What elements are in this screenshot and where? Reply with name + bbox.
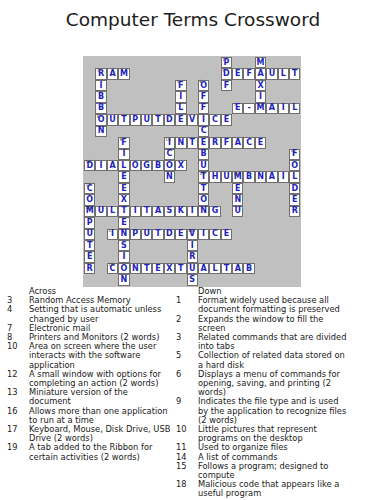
- grid-cell[interactable]: C: [243, 137, 254, 148]
- grid-cell-empty: [118, 126, 129, 137]
- grid-cell-empty: [187, 126, 198, 137]
- grid-cell[interactable]: T: [221, 263, 232, 274]
- clue-item: 2Expands the window to fill the screen: [176, 315, 349, 333]
- grid-cell-empty: [255, 194, 266, 205]
- grid-cell-empty: [209, 149, 220, 160]
- grid-cell[interactable]: C: [198, 126, 209, 137]
- grid-cell[interactable]: I: [187, 206, 198, 217]
- cell-letter: D: [291, 185, 298, 193]
- clue-item: 1Format widely used because all document…: [176, 296, 349, 314]
- grid-cell[interactable]: U: [221, 171, 232, 182]
- grid-cell[interactable]: N: [255, 171, 266, 182]
- grid-cell-empty: [198, 240, 209, 251]
- grid-cell[interactable]: T: [175, 263, 186, 274]
- grid-cell[interactable]: -: [243, 103, 254, 114]
- clue-text: Format widely used because all document …: [198, 296, 349, 314]
- grid-cell[interactable]: U: [141, 114, 152, 125]
- grid-cell[interactable]: 7E: [232, 103, 243, 114]
- grid-cell-empty: [255, 160, 266, 171]
- grid-cell[interactable]: A: [232, 137, 243, 148]
- grid-cell[interactable]: N: [175, 137, 186, 148]
- cell-letter: E: [235, 70, 240, 78]
- grid-cell[interactable]: B: [243, 263, 254, 274]
- grid-cell[interactable]: 9F: [118, 137, 129, 148]
- grid-cell[interactable]: I: [198, 114, 209, 125]
- grid-cell[interactable]: E: [221, 229, 232, 240]
- grid-cell[interactable]: L: [107, 206, 118, 217]
- cell-letter: O: [166, 162, 173, 170]
- grid-cell[interactable]: B: [95, 91, 106, 102]
- cell-letter: B: [246, 173, 252, 181]
- grid-cell[interactable]: A: [266, 103, 277, 114]
- grid-cell[interactable]: L: [289, 171, 300, 182]
- clue-number: 13: [7, 388, 29, 406]
- grid-cell[interactable]: U: [107, 114, 118, 125]
- cell-letter: F: [201, 104, 206, 112]
- grid-cell-empty: [152, 103, 163, 114]
- grid-cell[interactable]: L: [289, 103, 300, 114]
- grid-cell[interactable]: 1P: [221, 57, 232, 68]
- grid-cell-empty: [95, 274, 106, 285]
- grid-cell[interactable]: E: [289, 194, 300, 205]
- clue-number: 10: [7, 342, 29, 370]
- cell-letter: N: [166, 173, 173, 181]
- cell-number: 12: [86, 160, 91, 164]
- grid-cell-empty: [243, 160, 254, 171]
- grid-cell-empty: [164, 274, 175, 285]
- grid-cell-empty: [84, 137, 95, 148]
- cell-letter: D: [166, 230, 173, 238]
- cell-letter: M: [120, 70, 128, 78]
- grid-cell-empty: [152, 274, 163, 285]
- grid-cell[interactable]: B: [198, 149, 209, 160]
- grid-cell-empty: [107, 251, 118, 262]
- grid-cell-empty: [221, 251, 232, 262]
- grid-cell[interactable]: L: [278, 68, 289, 79]
- grid-cell[interactable]: I: [187, 240, 198, 251]
- grid-cell-empty: [255, 240, 266, 251]
- grid-cell-empty: [187, 194, 198, 205]
- grid-cell[interactable]: T: [152, 114, 163, 125]
- grid-cell[interactable]: U: [266, 68, 277, 79]
- grid-cell[interactable]: 18V: [187, 229, 198, 240]
- grid-cell-empty: [152, 251, 163, 262]
- grid-cell-empty: [187, 68, 198, 79]
- grid-cell-empty: [187, 160, 198, 171]
- grid-cell-empty: [266, 91, 277, 102]
- grid-cell[interactable]: E: [118, 183, 129, 194]
- grid-cell[interactable]: T: [118, 114, 129, 125]
- grid-cell-empty: [289, 263, 300, 274]
- grid-cell-empty: [255, 114, 266, 125]
- clue-text: Setting that is automatic unless changed…: [29, 305, 171, 323]
- grid-cell[interactable]: B: [95, 103, 106, 114]
- grid-cell[interactable]: X: [175, 160, 186, 171]
- clue-item: 6Displays a menu of commands for opening…: [176, 370, 349, 398]
- grid-cell[interactable]: R: [289, 206, 300, 217]
- grid-cell-empty: [95, 171, 106, 182]
- grid-cell[interactable]: E: [198, 137, 209, 148]
- grid-cell-empty: [255, 263, 266, 274]
- cell-letter: N: [200, 207, 207, 215]
- grid-cell-empty: [243, 194, 254, 205]
- grid-cell[interactable]: B: [243, 171, 254, 182]
- grid-cell[interactable]: T: [141, 263, 152, 274]
- grid-cell[interactable]: A: [266, 171, 277, 182]
- grid-cell-empty: [130, 194, 141, 205]
- grid-cell[interactable]: 5F: [175, 80, 186, 91]
- cell-letter: C: [212, 230, 218, 238]
- grid-cell-empty: [221, 103, 232, 114]
- grid-cell[interactable]: 14M: [232, 171, 243, 182]
- grid-cell[interactable]: T: [118, 206, 129, 217]
- grid-cell[interactable]: I: [118, 251, 129, 262]
- grid-cell[interactable]: N: [95, 126, 106, 137]
- grid-cell[interactable]: I: [95, 160, 106, 171]
- cell-letter: E: [87, 253, 92, 261]
- clue-number: 5: [176, 351, 198, 369]
- cell-number: 10: [165, 138, 170, 142]
- grid-cell-empty: [95, 194, 106, 205]
- grid-cell[interactable]: 8O: [95, 114, 106, 125]
- grid-cell-empty: [255, 229, 266, 240]
- grid-cell[interactable]: B: [152, 160, 163, 171]
- cell-letter: E: [121, 173, 126, 181]
- grid-cell[interactable]: F: [198, 103, 209, 114]
- grid-cell[interactable]: D: [289, 183, 300, 194]
- grid-cell-empty: [278, 251, 289, 262]
- cell-letter: E: [121, 219, 126, 227]
- grid-cell[interactable]: A: [255, 68, 266, 79]
- cell-letter: L: [121, 162, 126, 170]
- grid-cell[interactable]: N: [130, 263, 141, 274]
- grid-cell[interactable]: N: [232, 194, 243, 205]
- cell-letter: P: [132, 230, 138, 238]
- grid-cell-empty: [243, 274, 254, 285]
- grid-cell-empty: [266, 160, 277, 171]
- grid-cell-empty: [118, 80, 129, 91]
- cell-letter: I: [179, 93, 182, 101]
- grid-cell-empty: [289, 114, 300, 125]
- clue-text: Expands the window to fill the screen: [198, 315, 349, 333]
- grid-cell-empty: [289, 274, 300, 285]
- grid-cell[interactable]: M: [118, 68, 129, 79]
- grid-cell-empty: [278, 206, 289, 217]
- grid-cell[interactable]: L: [118, 160, 129, 171]
- grid-cell[interactable]: V: [187, 114, 198, 125]
- grid-cell[interactable]: 12D: [84, 160, 95, 171]
- grid-cell-empty: [209, 160, 220, 171]
- grid-cell-empty: [130, 57, 141, 68]
- grid-cell-empty: [266, 251, 277, 262]
- grid-cell[interactable]: S: [164, 206, 175, 217]
- grid-cell[interactable]: O: [84, 194, 95, 205]
- grid-cell[interactable]: F: [198, 91, 209, 102]
- grid-cell-empty: [95, 251, 106, 262]
- grid-cell-empty: [141, 126, 152, 137]
- grid-cell[interactable]: 4D: [221, 68, 232, 79]
- grid-cell-empty: [84, 171, 95, 182]
- cell-letter: P: [87, 219, 93, 227]
- grid-cell[interactable]: 13T: [198, 171, 209, 182]
- grid-cell-empty: [164, 251, 175, 262]
- cell-letter: I: [191, 242, 194, 250]
- grid-cell[interactable]: 6O: [198, 80, 209, 91]
- grid-cell[interactable]: I: [198, 229, 209, 240]
- grid-cell[interactable]: I: [255, 91, 266, 102]
- grid-cell[interactable]: 2M: [255, 57, 266, 68]
- grid-cell[interactable]: 10I: [164, 137, 175, 148]
- grid-cell-empty: [278, 263, 289, 274]
- grid-cell[interactable]: X: [118, 194, 129, 205]
- grid-cell[interactable]: X: [255, 80, 266, 91]
- grid-cell-empty: [130, 240, 141, 251]
- grid-cell[interactable]: H: [209, 171, 220, 182]
- grid-cell[interactable]: U: [141, 229, 152, 240]
- cell-letter: I: [282, 104, 285, 112]
- grid-cell[interactable]: E: [84, 251, 95, 262]
- grid-cell[interactable]: R: [187, 251, 198, 262]
- grid-cell-empty: [209, 240, 220, 251]
- grid-cell[interactable]: E: [152, 263, 163, 274]
- grid-cell-empty: [187, 149, 198, 160]
- grid-cell-empty: [107, 80, 118, 91]
- grid-cell-empty: [107, 217, 118, 228]
- grid-cell-empty: [141, 171, 152, 182]
- clue-text: Malicious code that appears like a usefu…: [198, 480, 349, 498]
- grid-cell[interactable]: T: [141, 206, 152, 217]
- clue-text: Keyboard, Mouse, Disk Drive, USB Drive (…: [29, 425, 171, 443]
- cell-letter: I: [134, 207, 137, 215]
- grid-cell-empty: [84, 103, 95, 114]
- grid-cell-empty: [107, 194, 118, 205]
- grid-cell[interactable]: F: [221, 80, 232, 91]
- grid-cell[interactable]: I: [175, 91, 186, 102]
- cell-letter: G: [143, 162, 150, 170]
- cell-letter: I: [100, 82, 103, 90]
- grid-cell[interactable]: U: [187, 263, 198, 274]
- grid-cell[interactable]: A: [152, 206, 163, 217]
- cell-letter: E: [178, 230, 183, 238]
- cell-letter: U: [143, 230, 150, 238]
- grid-cell-empty: [118, 103, 129, 114]
- grid-cell-empty: [175, 126, 186, 137]
- clue-text: Miniature version of the document: [29, 388, 171, 406]
- cell-letter: L: [178, 104, 183, 112]
- grid-cell[interactable]: G: [141, 160, 152, 171]
- grid-cell-empty: [107, 57, 118, 68]
- clue-item: 16Allows more than one application to ru…: [7, 407, 171, 425]
- grid-cell[interactable]: L: [209, 263, 220, 274]
- clue-item: 10Little pictures that represent program…: [176, 425, 349, 443]
- grid-cell[interactable]: A: [107, 160, 118, 171]
- grid-cell-empty: [289, 57, 300, 68]
- cell-letter: P: [132, 116, 138, 124]
- grid-cell[interactable]: I: [130, 206, 141, 217]
- grid-cell[interactable]: P: [130, 229, 141, 240]
- grid-cell-empty: [266, 274, 277, 285]
- grid-cell[interactable]: E: [118, 217, 129, 228]
- grid-cell[interactable]: T: [289, 68, 300, 79]
- grid-cell-empty: [278, 217, 289, 228]
- grid-cell[interactable]: E: [232, 68, 243, 79]
- grid-cell[interactable]: 17I: [107, 229, 118, 240]
- grid-cell-empty: [164, 57, 175, 68]
- grid-cell[interactable]: N: [118, 274, 129, 285]
- grid-cell[interactable]: S: [118, 240, 129, 251]
- grid-cell-empty: [232, 57, 243, 68]
- grid-cell[interactable]: E: [118, 171, 129, 182]
- grid-cell[interactable]: F: [221, 137, 232, 148]
- grid-cell-empty: [107, 137, 118, 148]
- grid-cell[interactable]: O: [198, 194, 209, 205]
- grid-cell-empty: [266, 263, 277, 274]
- grid-cell-empty: [107, 183, 118, 194]
- grid-cell[interactable]: D: [164, 229, 175, 240]
- grid-cell[interactable]: D: [164, 114, 175, 125]
- grid-cell[interactable]: 16M: [84, 206, 95, 217]
- grid-cell[interactable]: T: [198, 183, 209, 194]
- grid-cell-empty: [232, 240, 243, 251]
- grid-cell[interactable]: I: [278, 171, 289, 182]
- grid-cell[interactable]: E: [175, 114, 186, 125]
- grid-cell-empty: [141, 137, 152, 148]
- grid-cell[interactable]: I: [118, 149, 129, 160]
- grid-cell-empty: [141, 57, 152, 68]
- clue-number: 10: [176, 425, 198, 443]
- clue-text: Collection of related data stored on a h…: [198, 351, 349, 369]
- cell-number: 17: [108, 229, 113, 233]
- grid-cell-empty: [141, 103, 152, 114]
- grid-cell[interactable]: M: [255, 103, 266, 114]
- grid-cell[interactable]: A: [107, 68, 118, 79]
- grid-cell[interactable]: O: [164, 160, 175, 171]
- grid-cell[interactable]: E: [232, 183, 243, 194]
- grid-cell[interactable]: O: [130, 160, 141, 171]
- cell-letter: L: [292, 173, 297, 181]
- grid-cell-empty: [152, 57, 163, 68]
- grid-cell-empty: [130, 274, 141, 285]
- cell-letter: -: [248, 104, 251, 112]
- cell-letter: I: [259, 93, 262, 101]
- clue-number: 4: [7, 305, 29, 323]
- grid-cell[interactable]: P: [84, 217, 95, 228]
- grid-cell-empty: [221, 194, 232, 205]
- cell-letter: E: [224, 230, 229, 238]
- grid-cell-empty: [95, 137, 106, 148]
- grid-cell-empty: [198, 68, 209, 79]
- grid-cell-empty: [209, 68, 220, 79]
- grid-cell[interactable]: 19C: [107, 263, 118, 274]
- grid-cell[interactable]: C: [209, 114, 220, 125]
- clue-number: 9: [176, 397, 198, 425]
- grid-cell-empty: [198, 217, 209, 228]
- cell-letter: R: [87, 265, 93, 273]
- cell-letter: T: [144, 207, 149, 215]
- grid-cell-empty: [141, 194, 152, 205]
- grid-cell-empty: [141, 217, 152, 228]
- cell-letter: X: [257, 82, 263, 90]
- clue-text: Follows a program; designed to compute: [198, 462, 349, 480]
- grid-cell[interactable]: G: [209, 206, 220, 217]
- grid-cell[interactable]: 15C: [84, 183, 95, 194]
- grid-cell-empty: [278, 137, 289, 148]
- cell-letter: N: [234, 196, 241, 204]
- grid-cell[interactable]: U: [95, 206, 106, 217]
- grid-cell[interactable]: S: [187, 274, 198, 285]
- grid-cell[interactable]: K: [175, 206, 186, 217]
- grid-cell[interactable]: R: [84, 263, 95, 274]
- grid-cell[interactable]: C: [209, 229, 220, 240]
- grid-cell[interactable]: O: [118, 263, 129, 274]
- grid-cell-empty: [141, 240, 152, 251]
- grid-cell[interactable]: N: [198, 206, 209, 217]
- grid-cell[interactable]: N: [164, 171, 175, 182]
- grid-cell[interactable]: U: [84, 229, 95, 240]
- grid-cell[interactable]: C: [164, 149, 175, 160]
- cell-letter: U: [189, 265, 196, 273]
- grid-cell-empty: [255, 183, 266, 194]
- grid-cell-empty: [266, 149, 277, 160]
- grid-cell[interactable]: T: [84, 240, 95, 251]
- grid-cell[interactable]: L: [175, 103, 186, 114]
- cell-number: 9: [120, 138, 123, 142]
- grid-cell[interactable]: U: [232, 206, 243, 217]
- grid-cell[interactable]: U: [198, 160, 209, 171]
- grid-cell-empty: [255, 274, 266, 285]
- grid-cell-empty: [232, 149, 243, 160]
- cell-letter: D: [166, 116, 173, 124]
- grid-cell[interactable]: E: [221, 114, 232, 125]
- grid-cell[interactable]: I: [95, 80, 106, 91]
- grid-cell-empty: [130, 171, 141, 182]
- grid-cell[interactable]: I: [278, 103, 289, 114]
- cell-letter: L: [292, 104, 297, 112]
- grid-cell-empty: [164, 80, 175, 91]
- cell-number: 18: [188, 229, 193, 233]
- grid-cell[interactable]: X: [164, 263, 175, 274]
- grid-cell[interactable]: A: [232, 263, 243, 274]
- grid-cell[interactable]: T: [187, 137, 198, 148]
- grid-cell[interactable]: E: [175, 229, 186, 240]
- grid-cell-empty: [152, 183, 163, 194]
- grid-cell[interactable]: 11F: [289, 149, 300, 160]
- grid-cell-empty: [221, 183, 232, 194]
- grid-cell-empty: [141, 91, 152, 102]
- grid-cell-empty: [278, 57, 289, 68]
- grid-cell[interactable]: R: [209, 137, 220, 148]
- grid-cell-empty: [130, 68, 141, 79]
- grid-cell-empty: [152, 171, 163, 182]
- grid-cell-empty: [278, 114, 289, 125]
- cell-number: 1: [222, 58, 225, 62]
- cell-number: 11: [291, 149, 296, 153]
- cell-letter: C: [212, 116, 218, 124]
- cell-letter: E: [258, 139, 263, 147]
- grid-cell[interactable]: O: [289, 160, 300, 171]
- cell-letter: K: [178, 207, 184, 215]
- grid-cell-empty: [255, 206, 266, 217]
- grid-cell[interactable]: A: [198, 263, 209, 274]
- grid-cell[interactable]: F: [243, 68, 254, 79]
- cell-letter: T: [155, 116, 160, 124]
- grid-cell-empty: [152, 194, 163, 205]
- grid-cell[interactable]: T: [152, 229, 163, 240]
- grid-cell[interactable]: P: [130, 114, 141, 125]
- grid-cell[interactable]: N: [118, 229, 129, 240]
- grid-cell[interactable]: E: [255, 137, 266, 148]
- grid-cell[interactable]: 3R: [95, 68, 106, 79]
